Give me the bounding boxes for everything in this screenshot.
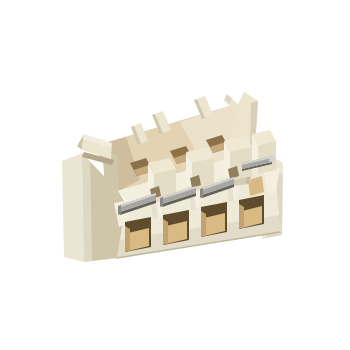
- cavity-3-wall: [201, 211, 206, 237]
- cavity-2-wall: [163, 219, 168, 245]
- connector-photo: [0, 0, 350, 350]
- pin-2-tip: [160, 197, 163, 207]
- pin-3-tip: [200, 188, 203, 198]
- cavity-1-wall: [125, 226, 130, 252]
- product-photo-canvas: [0, 0, 350, 350]
- left-end-panel: [62, 153, 84, 262]
- cavity-4-wall: [239, 204, 244, 229]
- pin-1-tip: [118, 205, 121, 215]
